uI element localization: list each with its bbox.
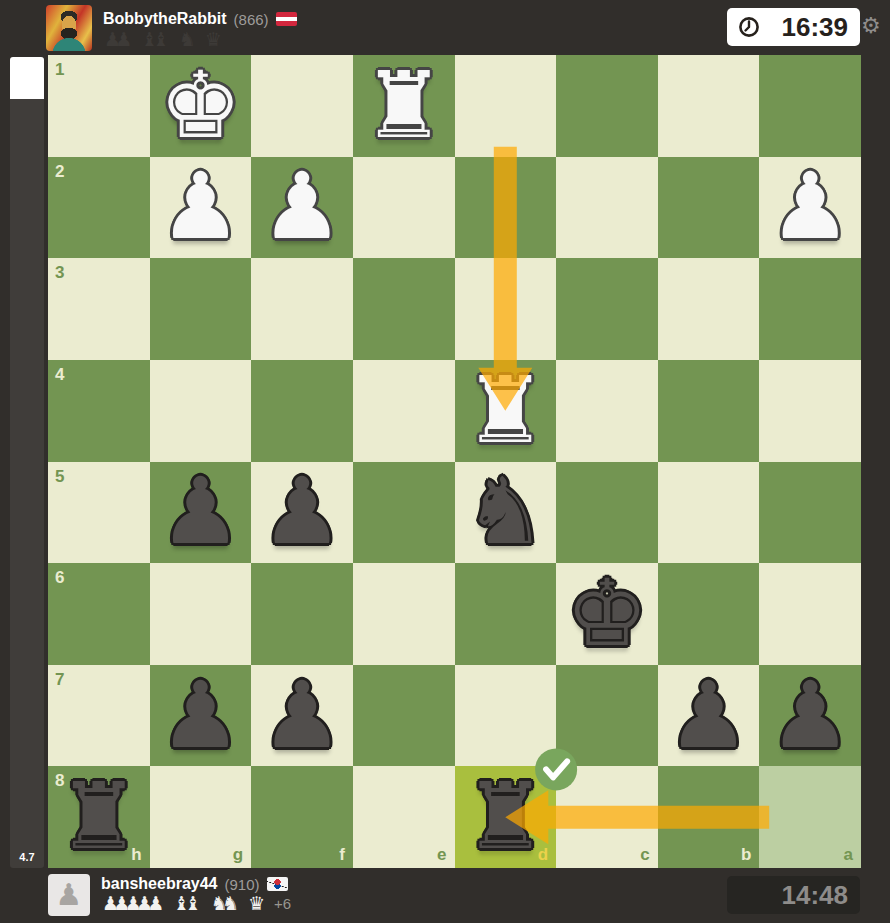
square-h5[interactable]: 5 <box>48 462 150 564</box>
square-a5[interactable] <box>759 462 861 564</box>
captured-knights-icon: ♞♞ <box>211 894 239 913</box>
square-h2[interactable]: 2 <box>48 157 150 259</box>
captured-knight-icon: ♞ <box>179 30 196 49</box>
square-a1[interactable] <box>759 55 861 157</box>
black-pawn-f5[interactable]: ♟ <box>251 462 353 564</box>
captured-pawns-icon: ♟♟♟♟♟ <box>102 894 164 913</box>
square-f7[interactable]: ♟ <box>251 665 353 767</box>
eval-white-section <box>10 57 44 99</box>
square-f2[interactable]: ♟ <box>251 157 353 259</box>
square-d2[interactable] <box>455 157 557 259</box>
white-pawn-f2[interactable]: ♟ <box>251 157 353 259</box>
square-c6[interactable]: ♚ <box>556 563 658 665</box>
eval-score-label: 4.7 <box>10 851 44 863</box>
rank-label-4: 4 <box>55 366 64 383</box>
bottom-clock-time: 14:48 <box>782 880 849 911</box>
square-e5[interactable] <box>353 462 455 564</box>
square-a3[interactable] <box>759 258 861 360</box>
square-a2[interactable]: ♟ <box>759 157 861 259</box>
evaluation-bar: 4.7 <box>10 57 44 868</box>
austria-flag-icon <box>276 12 297 26</box>
black-rook-d8[interactable]: ♜ <box>455 766 557 868</box>
square-f4[interactable] <box>251 360 353 462</box>
square-e4[interactable] <box>353 360 455 462</box>
black-pawn-a7[interactable]: ♟ <box>759 665 861 767</box>
south-korea-flag-icon <box>267 877 288 891</box>
white-pawn-g2[interactable]: ♟ <box>150 157 252 259</box>
square-c1[interactable] <box>556 55 658 157</box>
square-b1[interactable] <box>658 55 760 157</box>
top-player-captured-pieces: ♟♟ ♝♝ ♞ ♛ <box>104 30 222 49</box>
black-rook-h8[interactable]: ♜ <box>48 766 150 868</box>
square-h4[interactable]: 4 <box>48 360 150 462</box>
top-clock-time: 16:39 <box>782 12 849 43</box>
top-player-name[interactable]: BobbytheRabbit <box>103 10 227 28</box>
file-label-g: g <box>233 846 243 863</box>
white-rook-e1[interactable]: ♜ <box>353 55 455 157</box>
black-pawn-g5[interactable]: ♟ <box>150 462 252 564</box>
square-f8[interactable]: f <box>251 766 353 868</box>
square-d6[interactable] <box>455 563 557 665</box>
white-king-g1[interactable]: ♚ <box>150 55 252 157</box>
square-a4[interactable] <box>759 360 861 462</box>
black-knight-d5[interactable]: ♞ <box>455 462 557 564</box>
top-player-avatar[interactable] <box>46 5 92 51</box>
top-player-clock: 16:39 <box>727 8 860 46</box>
rank-label-5: 5 <box>55 468 64 485</box>
square-b7[interactable]: ♟ <box>658 665 760 767</box>
rank-label-3: 3 <box>55 264 64 281</box>
square-b5[interactable] <box>658 462 760 564</box>
square-g2[interactable]: ♟ <box>150 157 252 259</box>
square-d1[interactable] <box>455 55 557 157</box>
square-f1[interactable] <box>251 55 353 157</box>
square-b3[interactable] <box>658 258 760 360</box>
square-e2[interactable] <box>353 157 455 259</box>
square-b8[interactable]: b <box>658 766 760 868</box>
square-c3[interactable] <box>556 258 658 360</box>
square-b2[interactable] <box>658 157 760 259</box>
square-g5[interactable]: ♟ <box>150 462 252 564</box>
square-d4[interactable]: ♜ <box>455 360 557 462</box>
square-e3[interactable] <box>353 258 455 360</box>
square-h3[interactable]: 3 <box>48 258 150 360</box>
square-e7[interactable] <box>353 665 455 767</box>
white-rook-d4[interactable]: ♜ <box>455 360 557 462</box>
black-pawn-g7[interactable]: ♟ <box>150 665 252 767</box>
square-f3[interactable] <box>251 258 353 360</box>
rank-label-7: 7 <box>55 671 64 688</box>
square-c5[interactable] <box>556 462 658 564</box>
black-pawn-f7[interactable]: ♟ <box>251 665 353 767</box>
captured-queen-icon: ♛ <box>205 30 222 49</box>
rank-label-2: 2 <box>55 163 64 180</box>
bottom-player-clock: 14:48 <box>727 876 860 914</box>
square-d8[interactable]: d♜ <box>455 766 557 868</box>
square-c8[interactable]: c <box>556 766 658 868</box>
square-a6[interactable] <box>759 563 861 665</box>
captured-bishops-icon: ♝♝ <box>141 30 169 49</box>
bottom-player-info[interactable]: bansheebray44 (910) <box>101 875 288 893</box>
chess-board: 1♚♜2♟♟♟34♜5♟♟♞6♚7♟♟♟♟8h♜gfed♜cba <box>48 55 861 868</box>
square-d5[interactable]: ♞ <box>455 462 557 564</box>
square-e6[interactable] <box>353 563 455 665</box>
square-h8[interactable]: 8h♜ <box>48 766 150 868</box>
black-king-c6[interactable]: ♚ <box>556 563 658 665</box>
square-a8[interactable]: a <box>759 766 861 868</box>
file-label-e: e <box>437 846 446 863</box>
rank-label-1: 1 <box>55 61 64 78</box>
square-h7[interactable]: 7 <box>48 665 150 767</box>
rank-label-6: 6 <box>55 569 64 586</box>
square-d3[interactable] <box>455 258 557 360</box>
square-g6[interactable] <box>150 563 252 665</box>
square-f5[interactable]: ♟ <box>251 462 353 564</box>
bottom-player-name[interactable]: bansheebray44 <box>101 875 218 893</box>
white-pawn-a2[interactable]: ♟ <box>759 157 861 259</box>
square-c7[interactable] <box>556 665 658 767</box>
square-c4[interactable] <box>556 360 658 462</box>
square-e8[interactable]: e <box>353 766 455 868</box>
square-d7[interactable] <box>455 665 557 767</box>
black-pawn-b7[interactable]: ♟ <box>658 665 760 767</box>
captured-queen-icon: ♛ <box>248 894 265 913</box>
square-g3[interactable] <box>150 258 252 360</box>
material-advantage: +6 <box>274 894 291 913</box>
square-f6[interactable] <box>251 563 353 665</box>
square-g7[interactable]: ♟ <box>150 665 252 767</box>
top-player-info[interactable]: BobbytheRabbit (866) <box>103 10 297 28</box>
bottom-player-avatar[interactable]: ♟ <box>48 874 90 916</box>
square-g4[interactable] <box>150 360 252 462</box>
square-g8[interactable]: g <box>150 766 252 868</box>
top-player-rating: (866) <box>234 11 269 28</box>
file-label-c: c <box>640 846 649 863</box>
square-e1[interactable]: ♜ <box>353 55 455 157</box>
file-label-b: b <box>741 846 751 863</box>
bottom-player-rating: (910) <box>225 876 260 893</box>
file-label-a: a <box>844 846 853 863</box>
square-h1[interactable]: 1 <box>48 55 150 157</box>
gear-icon[interactable]: ⚙ <box>861 15 881 37</box>
file-label-f: f <box>339 846 345 863</box>
pawn-avatar-icon: ♟ <box>56 880 83 910</box>
square-c2[interactable] <box>556 157 658 259</box>
square-g1[interactable]: ♚ <box>150 55 252 157</box>
square-a7[interactable]: ♟ <box>759 665 861 767</box>
clock-icon <box>738 16 760 38</box>
captured-bishops-icon: ♝♝ <box>173 894 201 913</box>
square-b6[interactable] <box>658 563 760 665</box>
captured-pawns-icon: ♟♟ <box>104 30 132 49</box>
bottom-player-captured-pieces: ♟♟♟♟♟ ♝♝ ♞♞ ♛ +6 <box>102 894 291 913</box>
square-h6[interactable]: 6 <box>48 563 150 665</box>
square-b4[interactable] <box>658 360 760 462</box>
